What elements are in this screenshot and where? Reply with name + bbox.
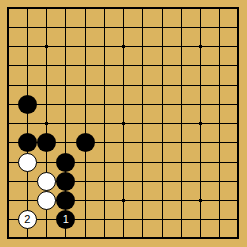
intersection-k7[interactable] [172,114,191,133]
intersection-e9[interactable] [75,75,94,94]
intersection-b10[interactable] [18,56,37,75]
intersection-j10[interactable] [152,56,171,75]
intersection-h11[interactable] [133,37,152,56]
intersection-l3[interactable] [191,191,210,210]
intersection-h9[interactable] [133,75,152,94]
intersection-c8[interactable] [37,95,56,114]
intersection-a3[interactable] [0,191,18,210]
intersection-b13[interactable] [18,0,37,18]
intersection-l4[interactable] [191,172,210,191]
intersection-b11[interactable] [18,37,37,56]
intersection-k11[interactable] [172,37,191,56]
intersection-f4[interactable] [95,172,114,191]
intersection-j13[interactable] [152,0,171,18]
intersection-j6[interactable] [152,133,171,152]
intersection-e6[interactable] [75,133,94,152]
intersection-l5[interactable] [191,152,210,171]
intersection-m2[interactable] [210,210,229,229]
move-number-label: 1 [63,214,69,225]
intersection-k3[interactable] [172,191,191,210]
intersection-m13[interactable] [210,0,229,18]
intersection-j11[interactable] [152,37,171,56]
intersection-j7[interactable] [152,114,171,133]
black-stone [18,95,37,114]
intersection-l10[interactable] [191,56,210,75]
intersection-b12[interactable] [18,18,37,37]
intersection-l2[interactable] [191,210,210,229]
intersection-h2[interactable] [133,210,152,229]
intersection-k10[interactable] [172,56,191,75]
intersection-g12[interactable] [114,18,133,37]
intersection-h13[interactable] [133,0,152,18]
intersection-a11[interactable] [0,37,18,56]
intersection-m3[interactable] [210,191,229,210]
black-stone [56,191,75,210]
intersection-d3[interactable] [56,191,75,210]
black-stone [18,133,37,152]
intersection-b1[interactable] [18,229,37,247]
intersection-e5[interactable] [75,152,94,171]
intersection-n13[interactable] [229,0,247,18]
intersection-g1[interactable] [114,229,133,247]
intersection-e8[interactable] [75,95,94,114]
intersection-l1[interactable] [191,229,210,247]
intersection-f9[interactable] [95,75,114,94]
intersection-f13[interactable] [95,0,114,18]
intersection-d11[interactable] [56,37,75,56]
intersection-b6[interactable] [18,133,37,152]
intersection-l6[interactable] [191,133,210,152]
intersection-l8[interactable] [191,95,210,114]
intersection-c9[interactable] [37,75,56,94]
intersection-a5[interactable] [0,152,18,171]
intersection-k4[interactable] [172,172,191,191]
intersection-g10[interactable] [114,56,133,75]
intersection-h4[interactable] [133,172,152,191]
intersection-j12[interactable] [152,18,171,37]
intersection-h7[interactable] [133,114,152,133]
intersection-h1[interactable] [133,229,152,247]
intersection-h5[interactable] [133,152,152,171]
intersection-e7[interactable] [75,114,94,133]
intersection-a9[interactable] [0,75,18,94]
go-diagram: 21 [0,0,247,247]
intersection-g11[interactable] [114,37,133,56]
intersection-f11[interactable] [95,37,114,56]
intersection-n3[interactable] [229,191,247,210]
intersection-g7[interactable] [114,114,133,133]
intersection-n1[interactable] [229,229,247,247]
intersection-g4[interactable] [114,172,133,191]
intersection-f1[interactable] [95,229,114,247]
intersection-h12[interactable] [133,18,152,37]
intersection-k8[interactable] [172,95,191,114]
intersection-h6[interactable] [133,133,152,152]
intersection-n12[interactable] [229,18,247,37]
intersection-a6[interactable] [0,133,18,152]
intersection-e11[interactable] [75,37,94,56]
intersection-j1[interactable] [152,229,171,247]
intersection-d2[interactable]: 1 [56,210,75,229]
intersection-a7[interactable] [0,114,18,133]
intersection-m6[interactable] [210,133,229,152]
intersection-e1[interactable] [75,229,94,247]
intersection-f7[interactable] [95,114,114,133]
intersection-c12[interactable] [37,18,56,37]
intersection-c11[interactable] [37,37,56,56]
intersection-n5[interactable] [229,152,247,171]
intersection-f8[interactable] [95,95,114,114]
intersection-d7[interactable] [56,114,75,133]
intersection-h3[interactable] [133,191,152,210]
intersection-m7[interactable] [210,114,229,133]
intersection-b2[interactable]: 2 [18,210,37,229]
intersection-k12[interactable] [172,18,191,37]
intersection-a10[interactable] [0,56,18,75]
intersection-e10[interactable] [75,56,94,75]
intersection-a2[interactable] [0,210,18,229]
intersection-n10[interactable] [229,56,247,75]
intersection-k9[interactable] [172,75,191,94]
intersection-f5[interactable] [95,152,114,171]
intersection-j4[interactable] [152,172,171,191]
intersection-m9[interactable] [210,75,229,94]
intersection-l12[interactable] [191,18,210,37]
white-stone [37,172,56,191]
black-stone: 1 [56,210,75,229]
intersection-e13[interactable] [75,0,94,18]
white-stone [18,153,37,172]
intersection-b9[interactable] [18,75,37,94]
intersection-l13[interactable] [191,0,210,18]
intersection-f2[interactable] [95,210,114,229]
intersection-k2[interactable] [172,210,191,229]
intersection-m1[interactable] [210,229,229,247]
intersection-m4[interactable] [210,172,229,191]
intersection-j2[interactable] [152,210,171,229]
intersection-c6[interactable] [37,133,56,152]
intersection-d10[interactable] [56,56,75,75]
intersection-g8[interactable] [114,95,133,114]
intersection-g6[interactable] [114,133,133,152]
black-stone [37,133,56,152]
intersection-c1[interactable] [37,229,56,247]
intersection-h8[interactable] [133,95,152,114]
black-stone [76,133,95,152]
intersection-a13[interactable] [0,0,18,18]
intersection-m11[interactable] [210,37,229,56]
intersection-a12[interactable] [0,18,18,37]
intersection-a8[interactable] [0,95,18,114]
intersection-d12[interactable] [56,18,75,37]
intersection-g9[interactable] [114,75,133,94]
intersection-l7[interactable] [191,114,210,133]
move-number-label: 2 [24,214,30,225]
intersection-f12[interactable] [95,18,114,37]
intersection-m8[interactable] [210,95,229,114]
intersection-n2[interactable] [229,210,247,229]
intersection-a4[interactable] [0,172,18,191]
intersection-n9[interactable] [229,75,247,94]
intersection-g2[interactable] [114,210,133,229]
intersection-b3[interactable] [18,191,37,210]
intersection-c10[interactable] [37,56,56,75]
intersection-g5[interactable] [114,152,133,171]
black-stone [56,153,75,172]
intersection-d8[interactable] [56,95,75,114]
intersection-k13[interactable] [172,0,191,18]
intersection-c13[interactable] [37,0,56,18]
intersection-c3[interactable] [37,191,56,210]
intersection-a1[interactable] [0,229,18,247]
intersection-k1[interactable] [172,229,191,247]
intersection-k5[interactable] [172,152,191,171]
black-stone [56,172,75,191]
intersection-n4[interactable] [229,172,247,191]
intersection-c7[interactable] [37,114,56,133]
intersection-e4[interactable] [75,172,94,191]
intersection-j9[interactable] [152,75,171,94]
intersection-e12[interactable] [75,18,94,37]
intersection-h10[interactable] [133,56,152,75]
intersection-c5[interactable] [37,152,56,171]
white-stone [37,191,56,210]
intersection-d9[interactable] [56,75,75,94]
intersection-c4[interactable] [37,172,56,191]
intersection-f10[interactable] [95,56,114,75]
intersection-b4[interactable] [18,172,37,191]
intersection-l11[interactable] [191,37,210,56]
go-board-grid: 21 [0,0,247,247]
intersection-n8[interactable] [229,95,247,114]
intersection-d13[interactable] [56,0,75,18]
intersection-d5[interactable] [56,152,75,171]
intersection-e3[interactable] [75,191,94,210]
intersection-l9[interactable] [191,75,210,94]
white-stone: 2 [18,210,37,229]
intersection-g3[interactable] [114,191,133,210]
intersection-f6[interactable] [95,133,114,152]
intersection-n7[interactable] [229,114,247,133]
intersection-d6[interactable] [56,133,75,152]
intersection-b5[interactable] [18,152,37,171]
intersection-n11[interactable] [229,37,247,56]
intersection-k6[interactable] [172,133,191,152]
intersection-n6[interactable] [229,133,247,152]
intersection-c2[interactable] [37,210,56,229]
intersection-j8[interactable] [152,95,171,114]
intersection-b8[interactable] [18,95,37,114]
intersection-b7[interactable] [18,114,37,133]
intersection-m10[interactable] [210,56,229,75]
intersection-e2[interactable] [75,210,94,229]
intersection-d1[interactable] [56,229,75,247]
intersection-d4[interactable] [56,172,75,191]
intersection-m5[interactable] [210,152,229,171]
intersection-g13[interactable] [114,0,133,18]
intersection-f3[interactable] [95,191,114,210]
intersection-j5[interactable] [152,152,171,171]
intersection-j3[interactable] [152,191,171,210]
intersection-m12[interactable] [210,18,229,37]
